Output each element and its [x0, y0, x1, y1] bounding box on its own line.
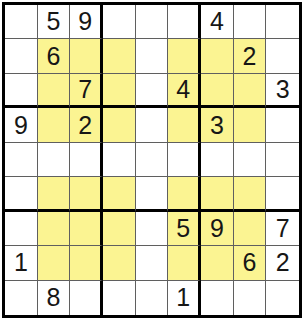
cell-r7c6[interactable]: 5	[168, 212, 201, 246]
cell-r1c6[interactable]	[168, 5, 201, 39]
cell-r1c4[interactable]	[103, 5, 136, 39]
cell-r4c7[interactable]: 3	[201, 108, 234, 142]
sudoku-board-wrapper: 5946274392359716281	[0, 0, 304, 320]
cell-r3c6[interactable]: 4	[168, 74, 201, 108]
cell-r1c8[interactable]	[234, 5, 267, 39]
cell-r5c5[interactable]	[136, 143, 169, 177]
cell-r7c5[interactable]	[136, 212, 169, 246]
sudoku-board: 5946274392359716281	[2, 2, 302, 318]
cell-r4c5[interactable]	[136, 108, 169, 142]
cell-r9c5[interactable]	[136, 281, 169, 315]
cell-r5c3[interactable]	[70, 143, 103, 177]
cell-r4c3[interactable]: 2	[70, 108, 103, 142]
cell-r5c1[interactable]	[5, 143, 38, 177]
cell-r1c9[interactable]	[266, 5, 299, 39]
cell-r9c7[interactable]	[201, 281, 234, 315]
cell-r1c7[interactable]: 4	[201, 5, 234, 39]
cell-r5c7[interactable]	[201, 143, 234, 177]
cell-r8c3[interactable]	[70, 246, 103, 280]
cell-r3c7[interactable]	[201, 74, 234, 108]
cell-r5c8[interactable]	[234, 143, 267, 177]
cell-r4c9[interactable]	[266, 108, 299, 142]
cell-r7c1[interactable]	[5, 212, 38, 246]
cell-r5c4[interactable]	[103, 143, 136, 177]
cell-r8c2[interactable]	[38, 246, 71, 280]
cell-r7c4[interactable]	[103, 212, 136, 246]
cell-r3c9[interactable]: 3	[266, 74, 299, 108]
cell-r6c1[interactable]	[5, 177, 38, 211]
cell-r5c6[interactable]	[168, 143, 201, 177]
cell-r9c6[interactable]: 1	[168, 281, 201, 315]
cell-r6c7[interactable]	[201, 177, 234, 211]
cell-r8c6[interactable]	[168, 246, 201, 280]
cell-r9c9[interactable]	[266, 281, 299, 315]
cell-r2c3[interactable]	[70, 39, 103, 73]
cell-r8c9[interactable]: 2	[266, 246, 299, 280]
cell-r5c9[interactable]	[266, 143, 299, 177]
cell-r2c2[interactable]: 6	[38, 39, 71, 73]
cell-r9c4[interactable]	[103, 281, 136, 315]
cell-r6c9[interactable]	[266, 177, 299, 211]
cell-r9c3[interactable]	[70, 281, 103, 315]
cell-r4c1[interactable]: 9	[5, 108, 38, 142]
cell-r7c3[interactable]	[70, 212, 103, 246]
cell-r9c8[interactable]	[234, 281, 267, 315]
cell-r6c3[interactable]	[70, 177, 103, 211]
cell-r9c1[interactable]	[5, 281, 38, 315]
cell-r2c9[interactable]	[266, 39, 299, 73]
cell-r6c2[interactable]	[38, 177, 71, 211]
cell-r2c1[interactable]	[5, 39, 38, 73]
cell-r8c5[interactable]	[136, 246, 169, 280]
cell-r2c7[interactable]	[201, 39, 234, 73]
cell-r6c5[interactable]	[136, 177, 169, 211]
cell-r7c2[interactable]	[38, 212, 71, 246]
cell-r3c5[interactable]	[136, 74, 169, 108]
cell-r8c8[interactable]: 6	[234, 246, 267, 280]
cell-r2c5[interactable]	[136, 39, 169, 73]
cell-r1c2[interactable]: 5	[38, 5, 71, 39]
cell-r5c2[interactable]	[38, 143, 71, 177]
cell-r2c8[interactable]: 2	[234, 39, 267, 73]
cell-r3c4[interactable]	[103, 74, 136, 108]
cell-r9c2[interactable]: 8	[38, 281, 71, 315]
cell-r7c7[interactable]: 9	[201, 212, 234, 246]
cell-r2c6[interactable]	[168, 39, 201, 73]
cell-r6c8[interactable]	[234, 177, 267, 211]
cell-r3c1[interactable]	[5, 74, 38, 108]
cell-r4c8[interactable]	[234, 108, 267, 142]
cell-r4c2[interactable]	[38, 108, 71, 142]
cell-r8c7[interactable]	[201, 246, 234, 280]
cell-r7c8[interactable]	[234, 212, 267, 246]
cell-r4c6[interactable]	[168, 108, 201, 142]
cell-r3c8[interactable]	[234, 74, 267, 108]
cell-r6c6[interactable]	[168, 177, 201, 211]
cell-r3c3[interactable]: 7	[70, 74, 103, 108]
cell-r4c4[interactable]	[103, 108, 136, 142]
cell-r1c5[interactable]	[136, 5, 169, 39]
cell-r1c1[interactable]	[5, 5, 38, 39]
cell-r6c4[interactable]	[103, 177, 136, 211]
cell-r7c9[interactable]: 7	[266, 212, 299, 246]
cell-r8c1[interactable]: 1	[5, 246, 38, 280]
cell-r3c2[interactable]	[38, 74, 71, 108]
cell-r1c3[interactable]: 9	[70, 5, 103, 39]
cell-r2c4[interactable]	[103, 39, 136, 73]
cell-r8c4[interactable]	[103, 246, 136, 280]
